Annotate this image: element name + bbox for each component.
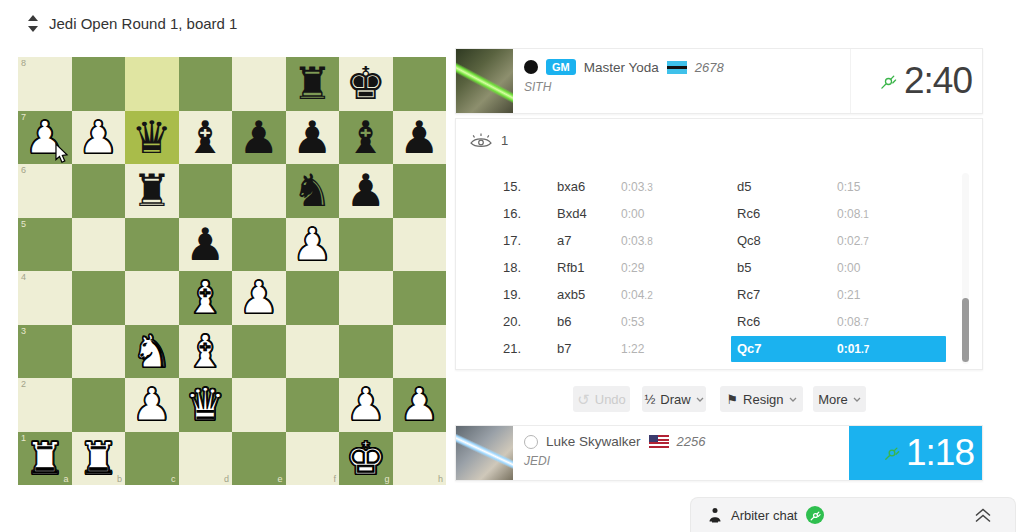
square-d1[interactable]: d xyxy=(179,432,233,486)
connection-plug-icon xyxy=(880,73,897,90)
black-pawn-h7: ♟ xyxy=(393,111,447,165)
square-b2[interactable] xyxy=(72,378,126,432)
black-knight-f6: ♞ xyxy=(286,164,340,218)
file-label: f xyxy=(333,474,336,484)
rank-label: 3 xyxy=(21,326,26,336)
move-number: 15. xyxy=(503,179,557,194)
black-color-disc-icon xyxy=(524,60,538,74)
move-row-19: 19.axb50:04.2Rc70:21 xyxy=(456,281,982,308)
square-c8[interactable] xyxy=(125,57,179,111)
square-f4[interactable] xyxy=(286,271,340,325)
black-move-cell[interactable]: Qc80:02.7 xyxy=(731,228,946,254)
white-move-time: 1:22 xyxy=(621,342,731,356)
file-label: e xyxy=(277,474,282,484)
square-g5[interactable] xyxy=(339,218,393,272)
square-h3[interactable] xyxy=(393,325,447,379)
square-c3[interactable]: ♞ xyxy=(125,325,179,379)
square-e1[interactable]: e xyxy=(232,432,286,486)
white-bishop-d4: ♝ xyxy=(179,271,233,325)
move-row-16: 16.Bxd40:00Rc60:08.1 xyxy=(456,200,982,227)
player-card-black: GM Master Yoda 2678 SITH 2:40 xyxy=(455,48,983,114)
move-number: 21. xyxy=(503,341,557,356)
move-row-21: 21.b71:22Qc70:01.7 xyxy=(456,335,982,362)
square-e4[interactable]: ♟ xyxy=(232,271,286,325)
white-pawn-c2: ♟ xyxy=(125,378,179,432)
move-row-18: 18.Rfb10:29b50:00 xyxy=(456,254,982,281)
black-pawn-d5: ♟ xyxy=(179,218,233,272)
black-rook-f8: ♜ xyxy=(286,57,340,111)
white-move-san[interactable]: bxa6 xyxy=(557,179,621,194)
square-h6[interactable] xyxy=(393,164,447,218)
black-move-time: 0:15 xyxy=(837,180,860,194)
player-rating-black: 2678 xyxy=(695,60,724,75)
square-c5[interactable] xyxy=(125,218,179,272)
white-knight-c3: ♞ xyxy=(125,325,179,379)
move-row-17: 17.a70:03.8Qc80:02.7 xyxy=(456,227,982,254)
square-f1[interactable]: f xyxy=(286,432,340,486)
square-f3[interactable] xyxy=(286,325,340,379)
chat-connected-badge xyxy=(806,506,824,524)
rank-label: 7 xyxy=(21,112,26,122)
black-move-time: 0:02.7 xyxy=(837,234,869,248)
black-king-g8: ♚ xyxy=(339,57,393,111)
white-move-san[interactable]: a7 xyxy=(557,233,621,248)
white-color-disc-icon xyxy=(524,435,538,449)
half-point-icon: ½ xyxy=(644,393,655,406)
file-label: a xyxy=(63,474,68,484)
resign-button[interactable]: ⚑ Resign xyxy=(720,386,803,412)
player-team-white: JEDI xyxy=(524,454,705,468)
square-d3[interactable]: ♝ xyxy=(179,325,233,379)
move-number: 19. xyxy=(503,287,557,302)
current-move-cell[interactable]: Qc70:01.7 xyxy=(731,336,946,362)
square-b5[interactable] xyxy=(72,218,126,272)
white-move-time: 0:00 xyxy=(621,207,731,221)
black-queen-c7: ♛ xyxy=(125,111,179,165)
square-c1[interactable]: c xyxy=(125,432,179,486)
rank-label: 1 xyxy=(21,433,26,443)
square-g2[interactable]: ♟ xyxy=(339,378,393,432)
move-list-scrollbar[interactable] xyxy=(962,173,969,364)
square-g3[interactable] xyxy=(339,325,393,379)
square-d6[interactable] xyxy=(179,164,233,218)
square-h8[interactable] xyxy=(393,57,447,111)
black-move-cell[interactable]: b50:00 xyxy=(731,255,946,281)
black-pawn-e7: ♟ xyxy=(232,111,286,165)
file-label: g xyxy=(384,474,389,484)
page-title: Jedi Open Round 1, board 1 xyxy=(49,15,237,32)
chevron-down-icon xyxy=(789,397,797,402)
square-b3[interactable] xyxy=(72,325,126,379)
file-label: h xyxy=(438,474,443,484)
black-pawn-f7: ♟ xyxy=(286,111,340,165)
square-b1[interactable]: b♜ xyxy=(72,432,126,486)
white-move-san[interactable]: b6 xyxy=(557,314,621,329)
chevron-down-icon xyxy=(696,397,704,402)
black-move-cell[interactable]: d50:15 xyxy=(731,174,946,200)
clock-white-active: 1:18 xyxy=(849,426,982,480)
clock-black: 2:40 xyxy=(850,49,982,113)
square-f8[interactable]: ♜ xyxy=(286,57,340,111)
usa-flag-icon xyxy=(649,435,669,448)
rank-label: 8 xyxy=(21,58,26,68)
white-move-time: 0:53 xyxy=(621,315,731,329)
black-rook-c6: ♜ xyxy=(125,164,179,218)
spectator-count: 1 xyxy=(501,133,508,148)
square-f5[interactable]: ♟ xyxy=(286,218,340,272)
draw-button[interactable]: ½ Draw xyxy=(642,386,706,412)
white-pawn-g2: ♟ xyxy=(339,378,393,432)
avatar-black xyxy=(456,49,513,113)
square-g1[interactable]: g♚ xyxy=(339,432,393,486)
white-move-time: 0:04.2 xyxy=(621,288,731,302)
black-move-cell[interactable]: Rc60:08.7 xyxy=(731,309,946,335)
chess-board[interactable]: 8♜♚7♟♟♛♝♟♟♝♟6♜♞♟5♟♟4♝♟3♞♝2♟♛♟♟1a♜b♜cdefg… xyxy=(18,57,446,485)
square-e3[interactable] xyxy=(232,325,286,379)
black-bishop-g7: ♝ xyxy=(339,111,393,165)
square-d4[interactable]: ♝ xyxy=(179,271,233,325)
black-move-time: 0:21 xyxy=(837,288,860,302)
square-e7[interactable]: ♟ xyxy=(232,111,286,165)
square-a2[interactable]: 2 xyxy=(18,378,72,432)
eye-icon xyxy=(470,132,492,149)
square-b7[interactable]: ♟ xyxy=(72,111,126,165)
square-g4[interactable] xyxy=(339,271,393,325)
white-pawn-h2: ♟ xyxy=(393,378,447,432)
resign-flag-icon: ⚑ xyxy=(726,393,738,406)
white-bishop-d3: ♝ xyxy=(179,325,233,379)
square-a3[interactable]: 3 xyxy=(18,325,72,379)
black-move-san[interactable]: b5 xyxy=(731,260,837,275)
undo-button[interactable]: ↺ Undo xyxy=(573,386,630,412)
square-f7[interactable]: ♟ xyxy=(286,111,340,165)
rank-label: 2 xyxy=(21,379,26,389)
square-c2[interactable]: ♟ xyxy=(125,378,179,432)
square-e6[interactable] xyxy=(232,164,286,218)
black-move-time: 0:00 xyxy=(837,261,860,275)
connection-plug-icon xyxy=(884,445,900,461)
board-selector-icon[interactable] xyxy=(28,15,38,32)
app: Jedi Open Round 1, board 1 8♜♚7♟♟♛♝♟♟♝♟6… xyxy=(0,0,1016,532)
square-f6[interactable]: ♞ xyxy=(286,164,340,218)
square-h7[interactable]: ♟ xyxy=(393,111,447,165)
square-e5[interactable] xyxy=(232,218,286,272)
move-row-20: 20.b60:53Rc60:08.7 xyxy=(456,308,982,335)
title-badge: GM xyxy=(546,59,576,75)
mouse-cursor xyxy=(54,143,69,168)
black-move-san[interactable]: Rc7 xyxy=(731,287,837,302)
black-move-time: 0:08.7 xyxy=(837,315,869,329)
player-rating-white: 2256 xyxy=(677,434,706,449)
white-move-san[interactable]: Bxd4 xyxy=(557,206,621,221)
black-move-san[interactable]: Rc6 xyxy=(731,314,837,329)
rank-label: 5 xyxy=(21,219,26,229)
square-b6[interactable] xyxy=(72,164,126,218)
square-d2[interactable]: ♛ xyxy=(179,378,233,432)
square-b8[interactable] xyxy=(72,57,126,111)
rank-label: 6 xyxy=(21,165,26,175)
clock-time-black: 2:40 xyxy=(904,60,972,102)
white-pawn-e4: ♟ xyxy=(232,271,286,325)
square-g8[interactable]: ♚ xyxy=(339,57,393,111)
botswana-flag-icon xyxy=(667,61,687,74)
white-pawn-b7: ♟ xyxy=(72,111,126,165)
arbiter-chat-bar[interactable]: Arbiter chat xyxy=(690,497,1016,532)
square-e2[interactable] xyxy=(232,378,286,432)
black-move-san[interactable]: Qc7 xyxy=(731,341,837,356)
white-move-san[interactable]: b7 xyxy=(557,341,621,356)
move-number: 18. xyxy=(503,260,557,275)
square-h4[interactable] xyxy=(393,271,447,325)
white-pawn-f5: ♟ xyxy=(286,218,340,272)
square-a6[interactable]: 6 xyxy=(18,164,72,218)
move-number: 16. xyxy=(503,206,557,221)
file-label: d xyxy=(224,474,229,484)
square-d5[interactable]: ♟ xyxy=(179,218,233,272)
file-label: b xyxy=(117,474,122,484)
avatar-white xyxy=(456,426,513,480)
white-queen-d2: ♛ xyxy=(179,378,233,432)
chevron-down-icon xyxy=(853,397,861,402)
moves-panel: 1 15.bxa60:03.3d50:1516.Bxd40:00Rc60:08.… xyxy=(455,118,983,370)
square-a4[interactable]: 4 xyxy=(18,271,72,325)
square-e8[interactable] xyxy=(232,57,286,111)
white-move-san[interactable]: axb5 xyxy=(557,287,621,302)
square-d8[interactable] xyxy=(179,57,233,111)
scrollbar-thumb[interactable] xyxy=(962,298,969,362)
event-title-bar: Jedi Open Round 1, board 1 xyxy=(28,15,237,32)
square-g7[interactable]: ♝ xyxy=(339,111,393,165)
player-name-black: Master Yoda xyxy=(584,60,659,75)
square-h5[interactable] xyxy=(393,218,447,272)
move-number: 17. xyxy=(503,233,557,248)
file-label: c xyxy=(171,474,176,484)
player-name-white: Luke Skywalker xyxy=(546,434,641,449)
square-c6[interactable]: ♜ xyxy=(125,164,179,218)
move-list: 15.bxa60:03.3d50:1516.Bxd40:00Rc60:08.11… xyxy=(456,173,982,362)
square-h2[interactable]: ♟ xyxy=(393,378,447,432)
black-move-cell[interactable]: Rc70:21 xyxy=(731,282,946,308)
clock-time-white: 1:18 xyxy=(906,432,974,474)
spectators: 1 xyxy=(470,132,508,149)
undo-icon: ↺ xyxy=(577,392,590,407)
square-a8[interactable]: 8 xyxy=(18,57,72,111)
square-g6[interactable]: ♟ xyxy=(339,164,393,218)
square-b4[interactable] xyxy=(72,271,126,325)
arbiter-chat-label: Arbiter chat xyxy=(731,508,797,523)
white-move-time: 0:29 xyxy=(621,261,731,275)
black-bishop-d7: ♝ xyxy=(179,111,233,165)
expand-chat-chevrons-icon[interactable] xyxy=(973,508,993,523)
move-row-15: 15.bxa60:03.3d50:15 xyxy=(456,173,982,200)
square-a1[interactable]: 1a♜ xyxy=(18,432,72,486)
black-move-time: 0:01.7 xyxy=(837,342,869,356)
square-a5[interactable]: 5 xyxy=(18,218,72,272)
black-move-san[interactable]: Qc8 xyxy=(731,233,837,248)
player-team-black: SITH xyxy=(524,80,724,94)
black-move-san[interactable]: d5 xyxy=(731,179,837,194)
square-f2[interactable] xyxy=(286,378,340,432)
rank-label: 4 xyxy=(21,272,26,282)
black-pawn-g6: ♟ xyxy=(339,164,393,218)
black-move-time: 0:08.1 xyxy=(837,207,869,221)
square-d7[interactable]: ♝ xyxy=(179,111,233,165)
white-move-time: 0:03.3 xyxy=(621,180,731,194)
arbiter-person-icon xyxy=(708,507,722,523)
move-number: 20. xyxy=(503,314,557,329)
player-card-white: Luke Skywalker 2256 JEDI 1:18 xyxy=(455,425,983,481)
white-move-san[interactable]: Rfb1 xyxy=(557,260,621,275)
square-h1[interactable]: h xyxy=(393,432,447,486)
black-move-san[interactable]: Rc6 xyxy=(731,206,837,221)
more-button[interactable]: More xyxy=(813,386,866,412)
white-move-time: 0:03.8 xyxy=(621,234,731,248)
square-c7[interactable]: ♛ xyxy=(125,111,179,165)
black-move-cell[interactable]: Rc60:08.1 xyxy=(731,201,946,227)
square-c4[interactable] xyxy=(125,271,179,325)
